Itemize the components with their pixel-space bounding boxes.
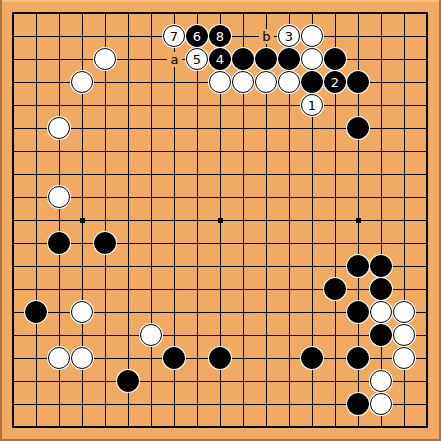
stone-black [301, 71, 323, 93]
star-point [356, 218, 361, 223]
stone-white [301, 25, 323, 47]
stone-white [370, 301, 392, 323]
board-edge-top [0, 0, 441, 2]
star-point [218, 218, 223, 223]
stone-white [301, 48, 323, 70]
grid-line-vertical [381, 12, 382, 428]
stone-white [48, 117, 70, 139]
stone-black [347, 393, 369, 415]
stone-black [347, 71, 369, 93]
stone-white [393, 324, 415, 346]
stone-black [370, 278, 392, 300]
grid-line-horizontal [12, 426, 428, 428]
stone-black [232, 48, 254, 70]
move-number: 5 [193, 53, 201, 66]
stone-black [347, 347, 369, 369]
stone-white-move-3: 3 [278, 25, 300, 47]
stone-white [48, 186, 70, 208]
grid-line-vertical [426, 12, 428, 428]
stone-white-move-5: 5 [186, 48, 208, 70]
stone-black-move-6: 6 [186, 25, 208, 47]
stone-black [48, 232, 70, 254]
stone-white [232, 71, 254, 93]
move-number: 6 [193, 30, 201, 43]
move-number: 7 [170, 30, 178, 43]
stone-white [209, 71, 231, 93]
stone-black [25, 301, 47, 323]
stone-black [255, 48, 277, 70]
grid-line-horizontal [12, 289, 428, 290]
point-label-b: b [259, 29, 274, 44]
stone-white [71, 347, 93, 369]
grid-line-horizontal [12, 335, 428, 336]
stone-white [255, 71, 277, 93]
grid-line-horizontal [12, 381, 428, 382]
stone-black-move-4: 4 [209, 48, 231, 70]
stone-white-move-1: 1 [301, 94, 323, 116]
point-label-a: a [167, 52, 182, 67]
stone-white-move-7: 7 [163, 25, 185, 47]
go-board: ab 76835421 [0, 0, 441, 441]
stone-black [370, 324, 392, 346]
stone-white [278, 71, 300, 93]
stone-white [94, 48, 116, 70]
stone-black [347, 255, 369, 277]
stone-black [324, 278, 346, 300]
move-number: 3 [285, 30, 293, 43]
move-number: 1 [308, 99, 316, 112]
stone-black [370, 255, 392, 277]
stone-black [94, 232, 116, 254]
stone-black [278, 48, 300, 70]
stone-black [209, 347, 231, 369]
stone-black-move-8: 8 [209, 25, 231, 47]
stone-white [71, 301, 93, 323]
move-number: 2 [331, 76, 339, 89]
stone-white [393, 347, 415, 369]
stone-white [370, 393, 392, 415]
move-number: 8 [216, 30, 224, 43]
stone-black [117, 370, 139, 392]
move-number: 4 [216, 53, 224, 66]
stone-black [163, 347, 185, 369]
stone-black [301, 347, 323, 369]
star-point [80, 218, 85, 223]
stone-white [48, 347, 70, 369]
board-edge-left [0, 0, 2, 441]
stone-white [140, 324, 162, 346]
stone-white [370, 370, 392, 392]
stone-white [393, 301, 415, 323]
grid-line-horizontal [12, 243, 428, 244]
stone-black [324, 48, 346, 70]
stone-black [347, 117, 369, 139]
stone-white [71, 71, 93, 93]
stone-black-move-2: 2 [324, 71, 346, 93]
stone-black [347, 301, 369, 323]
